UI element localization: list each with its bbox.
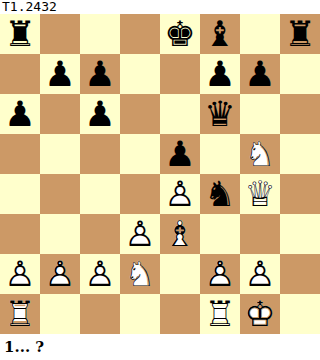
square-b8[interactable] — [40, 14, 80, 54]
square-g3[interactable] — [240, 214, 280, 254]
square-e2[interactable] — [160, 254, 200, 294]
piece-black-pawn[interactable]: ♟ — [200, 54, 240, 94]
square-d1[interactable] — [120, 294, 160, 334]
square-f7[interactable]: ♟ — [200, 54, 240, 94]
piece-white-pawn[interactable]: ♙ — [160, 174, 200, 214]
square-d6[interactable] — [120, 94, 160, 134]
header-bar: T1.2432 — [0, 0, 320, 14]
piece-black-pawn[interactable]: ♟ — [0, 94, 40, 134]
square-e3[interactable]: ♝♗ — [160, 214, 200, 254]
piece-white-rook[interactable]: ♖ — [200, 294, 240, 334]
piece-black-pawn[interactable]: ♟ — [40, 54, 80, 94]
square-d2[interactable]: ♞♘ — [120, 254, 160, 294]
square-g8[interactable] — [240, 14, 280, 54]
square-c7[interactable]: ♟ — [80, 54, 120, 94]
square-c8[interactable] — [80, 14, 120, 54]
square-b6[interactable] — [40, 94, 80, 134]
square-a3[interactable] — [0, 214, 40, 254]
square-g7[interactable]: ♟ — [240, 54, 280, 94]
piece-white-pawn[interactable]: ♙ — [120, 214, 160, 254]
square-f8[interactable]: ♝ — [200, 14, 240, 54]
square-b5[interactable] — [40, 134, 80, 174]
square-h7[interactable] — [280, 54, 320, 94]
square-h3[interactable] — [280, 214, 320, 254]
piece-white-pawn[interactable]: ♙ — [80, 254, 120, 294]
move-prompt: 1... ? — [0, 335, 44, 359]
square-f3[interactable] — [200, 214, 240, 254]
square-e7[interactable] — [160, 54, 200, 94]
square-c4[interactable] — [80, 174, 120, 214]
square-d8[interactable] — [120, 14, 160, 54]
square-a4[interactable] — [0, 174, 40, 214]
square-a8[interactable]: ♜ — [0, 14, 40, 54]
square-c1[interactable] — [80, 294, 120, 334]
square-d5[interactable] — [120, 134, 160, 174]
chess-board: ♜♚♝♜♟♟♟♟♟♟♛♟♞♘♟♙♞♛♕♟♙♝♗♟♙♟♙♟♙♞♘♟♙♟♙♜♖♜♖♚… — [0, 14, 320, 334]
square-f6[interactable]: ♛ — [200, 94, 240, 134]
piece-black-queen[interactable]: ♛ — [200, 94, 240, 134]
piece-black-rook[interactable]: ♜ — [280, 14, 320, 54]
piece-white-pawn[interactable]: ♙ — [40, 254, 80, 294]
square-g6[interactable] — [240, 94, 280, 134]
square-e8[interactable]: ♚ — [160, 14, 200, 54]
square-g5[interactable]: ♞♘ — [240, 134, 280, 174]
piece-white-queen[interactable]: ♕ — [240, 174, 280, 214]
square-a6[interactable]: ♟ — [0, 94, 40, 134]
square-b1[interactable] — [40, 294, 80, 334]
square-h6[interactable] — [280, 94, 320, 134]
square-f2[interactable]: ♟♙ — [200, 254, 240, 294]
square-c2[interactable]: ♟♙ — [80, 254, 120, 294]
square-h1[interactable] — [280, 294, 320, 334]
square-d4[interactable] — [120, 174, 160, 214]
square-a7[interactable] — [0, 54, 40, 94]
footer-bar: 1... ? — [0, 334, 320, 360]
square-b7[interactable]: ♟ — [40, 54, 80, 94]
piece-white-pawn[interactable]: ♙ — [0, 254, 40, 294]
square-e6[interactable] — [160, 94, 200, 134]
piece-black-pawn[interactable]: ♟ — [80, 54, 120, 94]
square-h2[interactable] — [280, 254, 320, 294]
piece-white-pawn[interactable]: ♙ — [200, 254, 240, 294]
piece-black-rook[interactable]: ♜ — [0, 14, 40, 54]
piece-black-pawn[interactable]: ♟ — [160, 134, 200, 174]
square-h5[interactable] — [280, 134, 320, 174]
square-d3[interactable]: ♟♙ — [120, 214, 160, 254]
piece-black-king[interactable]: ♚ — [160, 14, 200, 54]
square-a5[interactable] — [0, 134, 40, 174]
square-c5[interactable] — [80, 134, 120, 174]
piece-black-knight[interactable]: ♞ — [200, 174, 240, 214]
puzzle-id-title: T1.2432 — [0, 0, 57, 14]
square-b3[interactable] — [40, 214, 80, 254]
square-e1[interactable] — [160, 294, 200, 334]
square-f1[interactable]: ♜♖ — [200, 294, 240, 334]
square-g1[interactable]: ♚♔ — [240, 294, 280, 334]
piece-black-pawn[interactable]: ♟ — [80, 94, 120, 134]
piece-black-pawn[interactable]: ♟ — [240, 54, 280, 94]
piece-white-pawn[interactable]: ♙ — [240, 254, 280, 294]
square-f4[interactable]: ♞ — [200, 174, 240, 214]
square-h4[interactable] — [280, 174, 320, 214]
square-c6[interactable]: ♟ — [80, 94, 120, 134]
square-b2[interactable]: ♟♙ — [40, 254, 80, 294]
piece-white-bishop[interactable]: ♗ — [160, 214, 200, 254]
square-h8[interactable]: ♜ — [280, 14, 320, 54]
piece-white-king[interactable]: ♔ — [240, 294, 280, 334]
piece-black-bishop[interactable]: ♝ — [200, 14, 240, 54]
square-f5[interactable] — [200, 134, 240, 174]
piece-white-knight[interactable]: ♘ — [120, 254, 160, 294]
piece-white-rook[interactable]: ♖ — [0, 294, 40, 334]
square-b4[interactable] — [40, 174, 80, 214]
square-g4[interactable]: ♛♕ — [240, 174, 280, 214]
square-e5[interactable]: ♟ — [160, 134, 200, 174]
square-d7[interactable] — [120, 54, 160, 94]
square-a1[interactable]: ♜♖ — [0, 294, 40, 334]
square-a2[interactable]: ♟♙ — [0, 254, 40, 294]
square-c3[interactable] — [80, 214, 120, 254]
square-g2[interactable]: ♟♙ — [240, 254, 280, 294]
piece-white-knight[interactable]: ♘ — [240, 134, 280, 174]
square-e4[interactable]: ♟♙ — [160, 174, 200, 214]
